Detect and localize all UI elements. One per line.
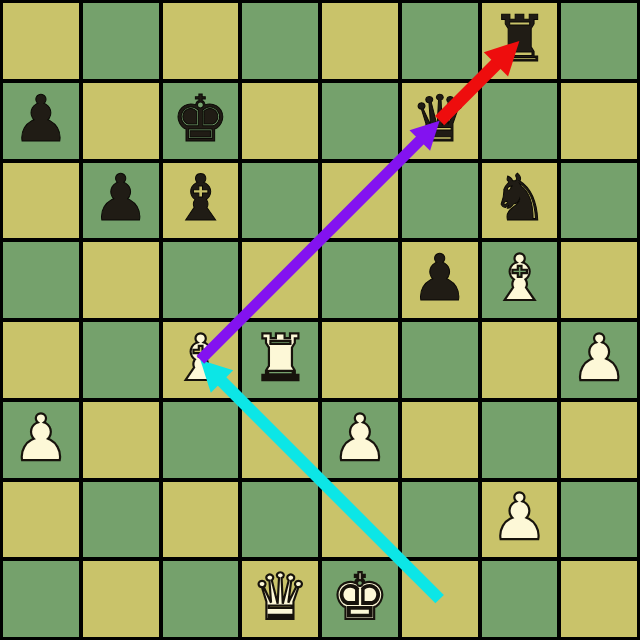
- piece-black-bishop[interactable]: ♝: [172, 166, 229, 230]
- square-e2[interactable]: [322, 482, 398, 558]
- square-d2[interactable]: [242, 482, 318, 558]
- square-b4[interactable]: [83, 322, 159, 398]
- piece-black-pawn[interactable]: ♟: [92, 166, 149, 230]
- piece-black-pawn[interactable]: ♟: [12, 87, 69, 151]
- square-c2[interactable]: [163, 482, 239, 558]
- square-d4[interactable]: ♜: [242, 322, 318, 398]
- square-g4[interactable]: [482, 322, 558, 398]
- square-h7[interactable]: [561, 83, 637, 159]
- square-b1[interactable]: [83, 561, 159, 637]
- square-a5[interactable]: [3, 242, 79, 318]
- square-g5[interactable]: ♝: [482, 242, 558, 318]
- piece-white-bishop[interactable]: ♝: [172, 326, 229, 390]
- square-h1[interactable]: [561, 561, 637, 637]
- square-d5[interactable]: [242, 242, 318, 318]
- chess-board: ♜♟♚♛♟♝♞♟♝♝♜♟♟♟♟♛♚: [0, 0, 640, 640]
- square-g8[interactable]: ♜: [482, 3, 558, 79]
- square-h3[interactable]: [561, 402, 637, 478]
- square-f3[interactable]: [402, 402, 478, 478]
- piece-white-pawn[interactable]: ♟: [491, 485, 548, 549]
- square-b5[interactable]: [83, 242, 159, 318]
- piece-black-knight[interactable]: ♞: [491, 166, 548, 230]
- square-h2[interactable]: [561, 482, 637, 558]
- square-g3[interactable]: [482, 402, 558, 478]
- square-f8[interactable]: [402, 3, 478, 79]
- square-d7[interactable]: [242, 83, 318, 159]
- square-c7[interactable]: ♚: [163, 83, 239, 159]
- square-a7[interactable]: ♟: [3, 83, 79, 159]
- square-h5[interactable]: [561, 242, 637, 318]
- square-c4[interactable]: ♝: [163, 322, 239, 398]
- piece-black-pawn[interactable]: ♟: [411, 246, 468, 310]
- square-g2[interactable]: ♟: [482, 482, 558, 558]
- piece-white-pawn[interactable]: ♟: [570, 326, 627, 390]
- square-g7[interactable]: [482, 83, 558, 159]
- square-e8[interactable]: [322, 3, 398, 79]
- square-d6[interactable]: [242, 163, 318, 239]
- square-g1[interactable]: [482, 561, 558, 637]
- square-d1[interactable]: ♛: [242, 561, 318, 637]
- square-c6[interactable]: ♝: [163, 163, 239, 239]
- piece-white-pawn[interactable]: ♟: [12, 406, 69, 470]
- square-a1[interactable]: [3, 561, 79, 637]
- square-b8[interactable]: [83, 3, 159, 79]
- piece-black-rook[interactable]: ♜: [491, 7, 548, 71]
- square-f5[interactable]: ♟: [402, 242, 478, 318]
- square-e6[interactable]: [322, 163, 398, 239]
- square-g6[interactable]: ♞: [482, 163, 558, 239]
- square-c1[interactable]: [163, 561, 239, 637]
- square-b3[interactable]: [83, 402, 159, 478]
- square-a2[interactable]: [3, 482, 79, 558]
- square-e7[interactable]: [322, 83, 398, 159]
- piece-black-queen[interactable]: ♛: [411, 87, 468, 151]
- square-c8[interactable]: [163, 3, 239, 79]
- square-a4[interactable]: [3, 322, 79, 398]
- piece-white-pawn[interactable]: ♟: [331, 406, 388, 470]
- square-a8[interactable]: [3, 3, 79, 79]
- piece-black-king[interactable]: ♚: [172, 87, 229, 151]
- square-b2[interactable]: [83, 482, 159, 558]
- square-e5[interactable]: [322, 242, 398, 318]
- square-h6[interactable]: [561, 163, 637, 239]
- chess-board-wrap: ♜♟♚♛♟♝♞♟♝♝♜♟♟♟♟♛♚: [0, 0, 640, 640]
- square-c3[interactable]: [163, 402, 239, 478]
- square-f1[interactable]: [402, 561, 478, 637]
- square-f2[interactable]: [402, 482, 478, 558]
- piece-white-bishop[interactable]: ♝: [491, 246, 548, 310]
- square-e4[interactable]: [322, 322, 398, 398]
- square-f4[interactable]: [402, 322, 478, 398]
- square-a3[interactable]: ♟: [3, 402, 79, 478]
- square-b7[interactable]: [83, 83, 159, 159]
- piece-white-rook[interactable]: ♜: [251, 326, 308, 390]
- square-c5[interactable]: [163, 242, 239, 318]
- square-e3[interactable]: ♟: [322, 402, 398, 478]
- square-a6[interactable]: [3, 163, 79, 239]
- square-f7[interactable]: ♛: [402, 83, 478, 159]
- piece-white-king[interactable]: ♚: [331, 565, 388, 629]
- square-d3[interactable]: [242, 402, 318, 478]
- square-d8[interactable]: [242, 3, 318, 79]
- square-h8[interactable]: [561, 3, 637, 79]
- square-e1[interactable]: ♚: [322, 561, 398, 637]
- piece-white-queen[interactable]: ♛: [251, 565, 308, 629]
- square-h4[interactable]: ♟: [561, 322, 637, 398]
- square-b6[interactable]: ♟: [83, 163, 159, 239]
- square-f6[interactable]: [402, 163, 478, 239]
